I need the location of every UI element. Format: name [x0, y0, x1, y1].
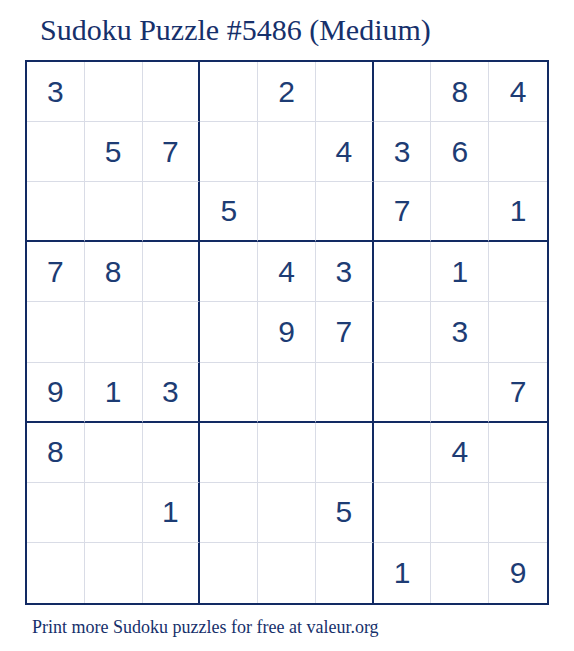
cell-r7c8: 4 [431, 423, 489, 483]
cell-r5c5: 9 [258, 302, 316, 362]
cell-r2c3: 7 [143, 122, 201, 182]
cell-r6c8 [431, 363, 489, 423]
cell-r9c5 [258, 543, 316, 603]
cell-r7c2 [85, 423, 143, 483]
cell-r1c8: 8 [431, 62, 489, 122]
cell-r9c3 [143, 543, 201, 603]
cell-r9c8 [431, 543, 489, 603]
cell-r2c1 [27, 122, 85, 182]
cell-r8c6: 5 [316, 483, 374, 543]
cell-r3c1 [27, 182, 85, 242]
cell-r7c4 [200, 423, 258, 483]
cell-r6c3: 3 [143, 363, 201, 423]
cell-r7c7 [374, 423, 432, 483]
cell-r3c5 [258, 182, 316, 242]
cell-r1c4 [200, 62, 258, 122]
cell-r7c6 [316, 423, 374, 483]
cell-r2c7: 3 [374, 122, 432, 182]
cell-r7c9 [489, 423, 547, 483]
cell-r2c5 [258, 122, 316, 182]
cell-r3c3 [143, 182, 201, 242]
cell-r9c4 [200, 543, 258, 603]
cell-r8c2 [85, 483, 143, 543]
cell-r4c7 [374, 242, 432, 302]
cell-r6c7 [374, 363, 432, 423]
footer-text: Print more Sudoku puzzles for free at va… [32, 615, 379, 639]
cell-r5c7 [374, 302, 432, 362]
cell-r8c5 [258, 483, 316, 543]
cell-r6c9: 7 [489, 363, 547, 423]
cell-r9c2 [85, 543, 143, 603]
cell-r9c6 [316, 543, 374, 603]
cell-r8c3: 1 [143, 483, 201, 543]
cell-r3c7: 7 [374, 182, 432, 242]
cell-r4c3 [143, 242, 201, 302]
cell-r4c8: 1 [431, 242, 489, 302]
cell-r8c7 [374, 483, 432, 543]
cell-r4c6: 3 [316, 242, 374, 302]
cell-r9c7: 1 [374, 543, 432, 603]
cell-r3c8 [431, 182, 489, 242]
cell-r2c9 [489, 122, 547, 182]
cell-r3c2 [85, 182, 143, 242]
cell-r6c6 [316, 363, 374, 423]
sudoku-board: 328457436571784319739137841519 [25, 60, 549, 605]
cell-r7c5 [258, 423, 316, 483]
cell-r1c5: 2 [258, 62, 316, 122]
cell-r8c1 [27, 483, 85, 543]
cell-r5c1 [27, 302, 85, 362]
cell-r1c7 [374, 62, 432, 122]
cell-r3c6 [316, 182, 374, 242]
cell-r8c8 [431, 483, 489, 543]
cell-r6c1: 9 [27, 363, 85, 423]
cell-r6c5 [258, 363, 316, 423]
cell-r8c9 [489, 483, 547, 543]
cell-r2c6: 4 [316, 122, 374, 182]
cell-r1c1: 3 [27, 62, 85, 122]
cell-r5c2 [85, 302, 143, 362]
cell-r9c9: 9 [489, 543, 547, 603]
cell-r2c4 [200, 122, 258, 182]
cell-r1c3 [143, 62, 201, 122]
cell-r8c4 [200, 483, 258, 543]
cell-r1c9: 4 [489, 62, 547, 122]
cell-r1c2 [85, 62, 143, 122]
cell-r4c2: 8 [85, 242, 143, 302]
cell-r9c1 [27, 543, 85, 603]
cell-r4c1: 7 [27, 242, 85, 302]
page-title: Sudoku Puzzle #5486 (Medium) [40, 11, 431, 49]
cell-r7c3 [143, 423, 201, 483]
cell-r2c8: 6 [431, 122, 489, 182]
cell-r6c4 [200, 363, 258, 423]
cell-r7c1: 8 [27, 423, 85, 483]
cell-r5c3 [143, 302, 201, 362]
cell-r4c9 [489, 242, 547, 302]
cell-r2c2: 5 [85, 122, 143, 182]
cell-r4c5: 4 [258, 242, 316, 302]
cell-r3c4: 5 [200, 182, 258, 242]
cell-r5c8: 3 [431, 302, 489, 362]
cell-r3c9: 1 [489, 182, 547, 242]
cell-r5c9 [489, 302, 547, 362]
cell-r4c4 [200, 242, 258, 302]
cell-r6c2: 1 [85, 363, 143, 423]
cell-r5c4 [200, 302, 258, 362]
cell-r1c6 [316, 62, 374, 122]
cell-r5c6: 7 [316, 302, 374, 362]
